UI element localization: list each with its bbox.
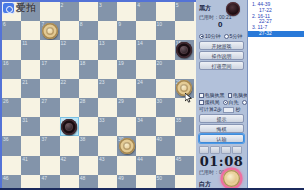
light-square bbox=[117, 40, 136, 59]
radio-icon[interactable] bbox=[224, 34, 229, 39]
draughts-board: 1234567891011121314151617181920212223242… bbox=[0, 0, 196, 190]
square-44[interactable]: 44 bbox=[136, 156, 155, 175]
light-square bbox=[98, 60, 117, 79]
watermark: 爱拍 bbox=[2, 1, 36, 15]
square-21[interactable]: 21 bbox=[21, 79, 40, 98]
light-square bbox=[21, 98, 40, 117]
square-number: 36 bbox=[3, 136, 9, 142]
calc-depth-label: 可计算2步 bbox=[199, 106, 222, 112]
light-square bbox=[175, 136, 194, 155]
radio-icon[interactable] bbox=[242, 100, 247, 105]
draughts-app-window: { "game": "international draughts (10x10… bbox=[0, 0, 304, 190]
square-number: 16 bbox=[3, 60, 9, 66]
square-number: 48 bbox=[80, 175, 86, 181]
nav-button-3[interactable] bbox=[232, 146, 242, 154]
light-square bbox=[79, 117, 98, 136]
light-square bbox=[156, 2, 175, 21]
square-number: 35 bbox=[176, 117, 182, 123]
square-number: 24 bbox=[137, 79, 143, 85]
light-square bbox=[98, 136, 117, 155]
options-row-2-item-1[interactable]: 白先 bbox=[223, 99, 239, 105]
black-man[interactable] bbox=[176, 42, 192, 58]
light-square bbox=[136, 21, 155, 40]
light-square bbox=[2, 156, 21, 175]
black-counter: 0 bbox=[218, 20, 222, 29]
square-32[interactable]: 32 bbox=[60, 117, 79, 136]
checkbox-icon[interactable] bbox=[199, 93, 204, 98]
square-34[interactable]: 34 bbox=[136, 117, 155, 136]
square-number: 12 bbox=[61, 40, 67, 46]
square-number: 34 bbox=[137, 117, 143, 123]
nav-button-1[interactable] bbox=[210, 146, 220, 154]
light-square bbox=[40, 2, 59, 21]
calc-depth-suffix: 秒 bbox=[236, 106, 241, 112]
mouse-cursor bbox=[185, 93, 193, 103]
nav-button-0[interactable] bbox=[199, 146, 209, 154]
light-square bbox=[2, 40, 21, 59]
square-number: 42 bbox=[61, 156, 67, 162]
square-number: 44 bbox=[137, 156, 143, 162]
light-square bbox=[156, 79, 175, 98]
square-29[interactable]: 29 bbox=[117, 98, 136, 117]
square-20[interactable]: 20 bbox=[156, 60, 175, 79]
main-button-0[interactable]: 开始游戏 bbox=[199, 41, 244, 50]
square-number: 6 bbox=[3, 21, 6, 27]
light-square bbox=[60, 136, 79, 155]
small-button-2[interactable]: 认输 bbox=[199, 134, 244, 143]
window-bottom-border bbox=[0, 188, 304, 190]
main-button-1[interactable]: 操作说明 bbox=[199, 51, 244, 60]
square-12[interactable]: 12 bbox=[60, 40, 79, 59]
light-square bbox=[21, 60, 40, 79]
square-17[interactable]: 17 bbox=[40, 60, 59, 79]
white-time-used-label: 已用时： bbox=[199, 169, 219, 175]
light-square bbox=[79, 79, 98, 98]
time-options-row: 10分钟5分钟 bbox=[199, 33, 245, 39]
square-33[interactable]: 33 bbox=[98, 117, 117, 136]
square-39[interactable]: 39 bbox=[117, 136, 136, 155]
square-number: 47 bbox=[41, 175, 47, 181]
square-number: 41 bbox=[22, 156, 28, 162]
black-side-header: 黑方 bbox=[199, 4, 211, 13]
light-square bbox=[175, 21, 194, 40]
square-6[interactable]: 6 bbox=[2, 21, 21, 40]
square-7[interactable]: 7 bbox=[40, 21, 59, 40]
square-number: 31 bbox=[22, 117, 28, 123]
square-number: 14 bbox=[137, 40, 143, 46]
square-number: 38 bbox=[80, 136, 86, 142]
light-square bbox=[117, 79, 136, 98]
options-row-2-item-0[interactable]: 摆残局 bbox=[199, 99, 220, 105]
square-number: 17 bbox=[41, 60, 47, 66]
square-number: 13 bbox=[99, 40, 105, 46]
square-number: 37 bbox=[41, 136, 47, 142]
square-number: 9 bbox=[118, 21, 121, 27]
square-number: 49 bbox=[118, 175, 124, 181]
square-number: 46 bbox=[3, 175, 9, 181]
square-45[interactable]: 45 bbox=[175, 156, 194, 175]
square-number: 29 bbox=[118, 98, 124, 104]
white-piece-icon-active bbox=[223, 170, 240, 187]
square-24[interactable]: 24 bbox=[136, 79, 155, 98]
white-man[interactable] bbox=[42, 23, 58, 39]
square-number: 20 bbox=[157, 60, 163, 66]
square-number: 45 bbox=[176, 156, 182, 162]
square-number: 10 bbox=[157, 21, 163, 27]
watermark-text: 爱拍 bbox=[16, 1, 36, 15]
light-square bbox=[136, 136, 155, 155]
square-number: 8 bbox=[80, 21, 83, 27]
square-number: 3 bbox=[99, 2, 102, 8]
square-number: 4 bbox=[137, 2, 140, 8]
square-2[interactable]: 2 bbox=[60, 2, 79, 21]
square-5[interactable]: 5 bbox=[175, 2, 194, 21]
white-side-label: 白方 bbox=[199, 181, 211, 187]
square-40[interactable]: 40 bbox=[156, 136, 175, 155]
square-4[interactable]: 4 bbox=[136, 2, 155, 21]
square-37[interactable]: 37 bbox=[40, 136, 59, 155]
square-number: 50 bbox=[157, 175, 163, 181]
light-square bbox=[156, 117, 175, 136]
square-number: 30 bbox=[157, 98, 163, 104]
light-square bbox=[60, 21, 79, 40]
square-number: 28 bbox=[80, 98, 86, 104]
black-side-label: 黑方 bbox=[199, 5, 211, 11]
main-button-2[interactable]: 打谱空间 bbox=[199, 61, 244, 70]
light-square bbox=[117, 156, 136, 175]
light-square bbox=[175, 60, 194, 79]
square-41[interactable]: 41 bbox=[21, 156, 40, 175]
checkbox-icon[interactable] bbox=[228, 93, 233, 98]
square-number: 27 bbox=[41, 98, 47, 104]
main-clock: 01:08 bbox=[196, 154, 247, 169]
light-square bbox=[40, 40, 59, 59]
light-square bbox=[156, 40, 175, 59]
square-26[interactable]: 26 bbox=[2, 98, 21, 117]
square-43[interactable]: 43 bbox=[98, 156, 117, 175]
small-button-1[interactable]: 悔棋 bbox=[199, 124, 244, 133]
square-number: 33 bbox=[99, 117, 105, 123]
square-8[interactable]: 8 bbox=[79, 21, 98, 40]
square-number: 19 bbox=[118, 60, 124, 66]
checkbox-icon[interactable] bbox=[199, 100, 204, 105]
square-38[interactable]: 38 bbox=[79, 136, 98, 155]
light-square bbox=[2, 79, 21, 98]
light-square bbox=[136, 98, 155, 117]
square-number: 18 bbox=[80, 60, 86, 66]
calc-depth-input[interactable] bbox=[223, 107, 234, 113]
aipai-logo-icon bbox=[2, 2, 15, 14]
square-30[interactable]: 30 bbox=[156, 98, 175, 117]
light-square bbox=[40, 79, 59, 98]
radio-icon[interactable] bbox=[199, 34, 204, 39]
square-15[interactable]: 15 bbox=[175, 40, 194, 59]
square-19[interactable]: 19 bbox=[117, 60, 136, 79]
square-number: 21 bbox=[22, 79, 28, 85]
square-42[interactable]: 42 bbox=[60, 156, 79, 175]
light-square bbox=[136, 60, 155, 79]
square-28[interactable]: 28 bbox=[79, 98, 98, 117]
square-31[interactable]: 31 bbox=[21, 117, 40, 136]
square-16[interactable]: 16 bbox=[2, 60, 21, 79]
square-number: 22 bbox=[61, 79, 67, 85]
options-row-1-item-0[interactable]: 电脑执黑 bbox=[199, 92, 225, 98]
square-3[interactable]: 3 bbox=[98, 2, 117, 21]
white-man[interactable] bbox=[119, 138, 135, 154]
black-man[interactable] bbox=[61, 119, 77, 135]
light-square bbox=[2, 117, 21, 136]
time-option-0[interactable]: 10分钟 bbox=[199, 33, 221, 39]
light-square bbox=[117, 117, 136, 136]
light-square bbox=[156, 156, 175, 175]
square-27[interactable]: 27 bbox=[40, 98, 59, 117]
square-13[interactable]: 13 bbox=[98, 40, 117, 59]
square-35[interactable]: 35 bbox=[175, 117, 194, 136]
control-panel: 黑方 已用时：00:21 0 10分钟5分钟 电脑执黑电脑执白 摆残局白先黑先 … bbox=[196, 0, 247, 190]
nav-button-2[interactable] bbox=[221, 146, 231, 154]
square-number: 2 bbox=[61, 2, 64, 8]
light-square bbox=[21, 136, 40, 155]
radio-icon[interactable] bbox=[223, 100, 228, 105]
light-square bbox=[79, 2, 98, 21]
light-square bbox=[79, 156, 98, 175]
square-11[interactable]: 11 bbox=[21, 40, 40, 59]
square-23[interactable]: 23 bbox=[98, 79, 117, 98]
move-row-5[interactable]: 27-32 bbox=[248, 31, 304, 37]
black-time-used: 已用时：00:21 bbox=[199, 14, 232, 20]
board-grid: 1234567891011121314151617181920212223242… bbox=[2, 2, 196, 190]
square-14[interactable]: 14 bbox=[136, 40, 155, 59]
light-square bbox=[40, 117, 59, 136]
light-square bbox=[60, 98, 79, 117]
light-square bbox=[98, 21, 117, 40]
small-button-0[interactable]: 提示 bbox=[199, 114, 244, 123]
light-square bbox=[60, 60, 79, 79]
square-number: 23 bbox=[99, 79, 105, 85]
light-square bbox=[117, 2, 136, 21]
time-option-1[interactable]: 5分钟 bbox=[224, 33, 243, 39]
light-square bbox=[21, 21, 40, 40]
light-square bbox=[40, 156, 59, 175]
light-square bbox=[98, 98, 117, 117]
square-18[interactable]: 18 bbox=[79, 60, 98, 79]
square-number: 40 bbox=[157, 136, 163, 142]
square-10[interactable]: 10 bbox=[156, 21, 175, 40]
square-22[interactable]: 22 bbox=[60, 79, 79, 98]
square-number: 11 bbox=[22, 40, 27, 46]
square-number: 26 bbox=[3, 98, 9, 104]
square-36[interactable]: 36 bbox=[2, 136, 21, 155]
move-list[interactable]: 1. 44-3917-222. 16-1122-273. 11-727-32 bbox=[247, 0, 304, 188]
black-time-used-label: 已用时： bbox=[199, 14, 219, 20]
square-number: 43 bbox=[99, 156, 105, 162]
light-square bbox=[79, 40, 98, 59]
options-row-3: 可计算2步 秒 bbox=[199, 106, 241, 113]
square-number: 5 bbox=[176, 2, 179, 8]
square-9[interactable]: 9 bbox=[117, 21, 136, 40]
